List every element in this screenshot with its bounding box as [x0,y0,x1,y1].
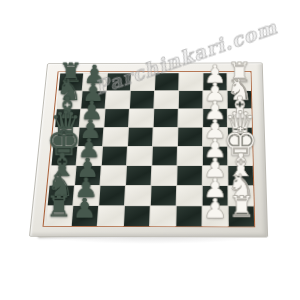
square-0-5 [179,73,202,90]
square-5-7: ♝ [228,166,253,185]
square-2-4 [154,109,178,127]
square-6-0: ♞ [48,186,74,205]
square-3-6: ♟ [203,128,227,146]
square-4-5 [178,147,202,166]
square-4-7: ♚ [228,147,253,166]
board-grid: ♜♟♟♜♞♟♟♞♝♟♟♝♛♟♟♛♚♟♟♚♝♟♟♝♞♟♟♞♜♟♟♜ [46,73,252,225]
scene: ♜♟♟♜♞♟♟♞♝♟♟♝♛♟♟♛♚♟♟♚♝♟♟♝♞♟♟♞♜♟♟♜ [0,0,300,300]
square-0-0: ♜ [59,73,83,90]
square-1-1: ♟ [81,91,106,108]
square-3-3 [128,128,153,146]
square-1-7: ♞ [228,91,252,108]
inlay-line: ♜♟♟♜♞♟♟♞♝♟♟♝♛♟♟♛♚♟♟♚♝♟♟♝♞♟♟♞♜♟♟♜ [42,71,255,227]
square-2-0: ♝ [55,109,80,127]
square-3-0: ♛ [53,128,78,146]
square-7-7: ♜ [229,206,254,226]
square-6-4 [151,186,176,206]
square-4-6: ♟ [203,147,227,166]
square-6-6: ♟ [203,186,228,206]
square-1-3 [130,91,154,108]
piece-green-rook: ♜ [58,60,82,87]
square-2-6: ♟ [203,109,227,127]
square-2-1: ♟ [80,109,105,127]
piece-green-pawn: ♟ [83,62,105,87]
square-7-4 [150,206,176,226]
square-6-7: ♞ [228,186,253,206]
square-5-1: ♟ [75,166,101,185]
square-3-2 [103,128,128,146]
piece-white-rook: ♜ [227,59,251,86]
square-4-3 [127,147,152,166]
square-1-2 [106,91,130,108]
square-0-2 [107,73,131,90]
square-3-7: ♛ [228,128,252,146]
square-0-7: ♜ [227,73,250,90]
square-0-4 [155,73,179,90]
square-6-1: ♟ [73,186,99,205]
square-4-0: ♚ [52,147,78,166]
square-3-4 [153,128,177,146]
square-0-1: ♟ [83,73,107,90]
square-2-3 [129,109,153,127]
square-5-0: ♝ [50,166,76,185]
square-0-3 [131,73,155,90]
piece-white-pawn: ♟ [204,61,227,86]
square-7-1: ♟ [72,206,98,226]
square-5-6: ♟ [203,166,228,185]
square-7-3 [124,206,150,226]
square-5-3 [126,166,151,185]
square-6-3 [125,186,151,206]
square-7-0: ♜ [46,206,73,226]
square-5-4 [152,166,177,185]
square-5-5 [177,166,202,185]
square-2-5 [178,109,202,127]
square-6-2 [99,186,125,206]
square-1-5 [179,91,203,108]
square-0-6: ♟ [203,73,226,90]
square-6-5 [177,186,202,206]
square-2-2 [104,109,129,127]
square-7-6: ♟ [203,206,228,226]
square-4-1: ♟ [77,147,102,166]
square-2-7: ♝ [228,109,252,127]
square-7-5 [176,206,201,226]
square-1-6: ♟ [203,91,227,108]
square-7-2 [98,206,124,226]
marble-border: ♜♟♟♜♞♟♟♞♝♟♟♝♛♟♟♛♚♟♟♚♝♟♟♝♞♟♟♞♜♟♟♜ [29,63,268,238]
square-5-2 [101,166,126,185]
product-photo: ♜♟♟♜♞♟♟♞♝♟♟♝♛♟♟♛♚♟♟♚♝♟♟♝♞♟♟♞♜♟♟♜ Parchin… [0,0,300,300]
square-3-5 [178,128,202,146]
square-4-4 [152,147,177,166]
square-3-1: ♟ [78,128,103,146]
chess-board: ♜♟♟♜♞♟♟♞♝♟♟♝♛♟♟♛♚♟♟♚♝♟♟♝♞♟♟♞♜♟♟♜ [29,63,268,238]
square-1-0: ♞ [57,91,82,108]
square-1-4 [154,91,178,108]
square-4-2 [102,147,127,166]
